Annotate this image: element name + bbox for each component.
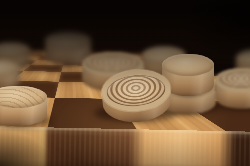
- checkers-photo-scene: [0, 0, 250, 166]
- vignette: [0, 0, 250, 166]
